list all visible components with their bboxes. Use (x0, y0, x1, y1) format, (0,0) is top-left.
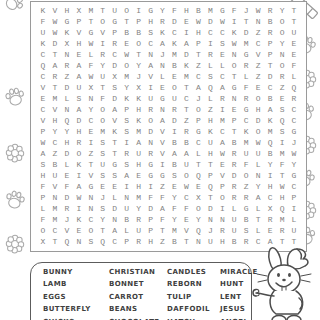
grid-cell: N (276, 49, 288, 60)
grid-cell: A (264, 104, 276, 115)
grid-cell: R (276, 71, 288, 82)
grid-cell: I (73, 204, 85, 215)
grid-cell: C (288, 182, 300, 193)
grid-cell: R (276, 226, 288, 237)
grid-cell: O (37, 226, 49, 237)
grid-cell: G (240, 204, 252, 215)
grid-cell: M (121, 71, 133, 82)
grid-cell: R (288, 93, 300, 104)
grid-cell: S (109, 171, 121, 182)
grid-cell: E (85, 127, 97, 138)
grid-cell: T (276, 171, 288, 182)
grid-cell: V (145, 71, 157, 82)
grid-cell: R (180, 127, 192, 138)
flower-icon (4, 233, 26, 255)
grid-cell: O (192, 104, 204, 115)
grid-cell: R (97, 49, 109, 60)
grid-cell: C (37, 104, 49, 115)
grid-cell: B (264, 149, 276, 160)
grid-cell: Y (264, 160, 276, 171)
grid-cell: T (240, 16, 252, 27)
grid-cell: N (252, 171, 264, 182)
grid-cell: T (228, 71, 240, 82)
grid-cell: J (204, 226, 216, 237)
grid-cell: C (288, 104, 300, 115)
grid-cell: A (37, 149, 49, 160)
grid-cell: B (264, 16, 276, 27)
grid-cell: F (37, 182, 49, 193)
grid-cell: E (228, 104, 240, 115)
grid-cell: U (168, 93, 180, 104)
grid-cell: V (49, 182, 61, 193)
grid-cell: H (145, 237, 157, 248)
grid-cell: K (133, 115, 145, 126)
grid-cell: R (264, 27, 276, 38)
grid-cell: A (49, 60, 61, 71)
grid-cell: H (180, 5, 192, 16)
grid-cell: H (145, 16, 157, 27)
grid-cell: N (73, 237, 85, 248)
grid-cell: O (180, 171, 192, 182)
grid-cell: V (49, 104, 61, 115)
word-item: BONNET (109, 280, 167, 292)
grid-cell: U (133, 149, 145, 160)
grid-cell: D (145, 127, 157, 138)
grid-cell: F (180, 204, 192, 215)
grid-cell: S (97, 138, 109, 149)
grid-cell: I (121, 182, 133, 193)
grid-cell: D (145, 204, 157, 215)
grid-cell: T (97, 5, 109, 16)
grid-cell: D (204, 204, 216, 215)
grid-cell: Y (97, 215, 109, 226)
grid-cell: A (73, 71, 85, 82)
grid-cell: G (240, 49, 252, 60)
grid-cell: S (276, 104, 288, 115)
grid-cell: Z (204, 104, 216, 115)
grid-cell: S (121, 115, 133, 126)
grid-cell: R (157, 16, 169, 27)
grid-cell: S (121, 160, 133, 171)
grid-cell: L (288, 71, 300, 82)
grid-cell: H (204, 115, 216, 126)
grid-cell: X (37, 237, 49, 248)
word-item: BUTTERFLY (43, 305, 109, 317)
grid-cell: Y (49, 127, 61, 138)
grid-cell: R (61, 60, 73, 71)
grid-cell: S (109, 82, 121, 93)
grid-cell: E (180, 215, 192, 226)
grid-cell: W (192, 16, 204, 27)
grid-cell: T (85, 160, 97, 171)
grid-cell: H (133, 104, 145, 115)
grid-cell: E (252, 82, 264, 93)
grid-cell: K (37, 38, 49, 49)
word-list: BUNNYCHRISTIANCANDLESMIRACLELAMBBONNETRE… (30, 262, 252, 320)
grid-cell: T (49, 49, 61, 60)
grid-cell: G (288, 127, 300, 138)
grid-cell: B (49, 160, 61, 171)
grid-cell: F (157, 215, 169, 226)
grid-cell: E (109, 182, 121, 193)
grid-cell: H (192, 27, 204, 38)
grid-cell: N (228, 93, 240, 104)
grid-cell: W (85, 71, 97, 82)
grid-cell: B (168, 237, 180, 248)
grid-cell: F (145, 193, 157, 204)
grid-cell: M (133, 127, 145, 138)
grid-cell: H (73, 127, 85, 138)
grid-cell: B (264, 93, 276, 104)
grid-cell: D (264, 71, 276, 82)
grid-cell: H (61, 138, 73, 149)
grid-cell: A (73, 104, 85, 115)
grid-cell: R (228, 160, 240, 171)
grid-cell: S (168, 171, 180, 182)
grid-cell: H (252, 104, 264, 115)
grid-cell: K (109, 127, 121, 138)
grid-cell: M (85, 5, 97, 16)
grid-cell: S (85, 237, 97, 248)
grid-cell: O (121, 5, 133, 16)
grid-cell: U (37, 27, 49, 38)
grid-cell: H (73, 38, 85, 49)
grid-cell: C (288, 115, 300, 126)
grid-cell: Q (97, 237, 109, 248)
grid-cell: C (180, 93, 192, 104)
grid-cell: D (61, 82, 73, 93)
grid-cell: Z (157, 237, 169, 248)
grid-cell: W (216, 16, 228, 27)
grid-cell: O (145, 115, 157, 126)
grid-cell: U (97, 160, 109, 171)
grid-cell: Y (157, 5, 169, 16)
grid-cell: E (73, 49, 85, 60)
grid-cell: U (73, 82, 85, 93)
grid-cell: M (49, 204, 61, 215)
grid-cell: O (276, 27, 288, 38)
grid-cell: L (288, 215, 300, 226)
grid-cell: Z (180, 115, 192, 126)
grid-cell: Y (121, 82, 133, 93)
word-item: LAMB (43, 280, 109, 292)
grid-cell: O (73, 149, 85, 160)
grid-cell: V (37, 82, 49, 93)
grid-cell: C (264, 193, 276, 204)
grid-cell: J (133, 71, 145, 82)
grid-cell: A (216, 138, 228, 149)
grid-cell: O (216, 193, 228, 204)
grid-cell: H (133, 182, 145, 193)
grid-cell: P (192, 115, 204, 126)
grid-cell: A (145, 60, 157, 71)
grid-cell: M (216, 115, 228, 126)
grid-cell: F (240, 82, 252, 93)
grid-cell: S (37, 160, 49, 171)
grid-cell: V (157, 127, 169, 138)
grid-cell: C (240, 115, 252, 126)
grid-cell: Z (252, 60, 264, 71)
grid-cell: K (204, 127, 216, 138)
grid-cell: S (145, 27, 157, 38)
grid-cell: J (61, 215, 73, 226)
grid-cell: G (288, 171, 300, 182)
grid-cell: E (288, 49, 300, 60)
grid-cell: G (109, 160, 121, 171)
grid-cell: I (276, 138, 288, 149)
grid-cell: E (216, 49, 228, 60)
grid-cell: L (109, 193, 121, 204)
grid-cell: D (168, 16, 180, 27)
grid-cell: R (133, 215, 145, 226)
grid-cell: F (85, 60, 97, 71)
grid-cell: H (133, 160, 145, 171)
grid-cell: E (192, 182, 204, 193)
grid-cell: C (180, 193, 192, 204)
grid-cell: A (157, 38, 169, 49)
grid-cell: N (85, 193, 97, 204)
grid-cell: P (133, 16, 145, 27)
grid-cell: V (216, 171, 228, 182)
grid-cell: X (109, 71, 121, 82)
grid-cell: N (145, 138, 157, 149)
grid-cell: X (264, 204, 276, 215)
grid-cell: U (49, 171, 61, 182)
grid-cell: D (168, 115, 180, 126)
grid-cell: K (168, 38, 180, 49)
grid-cell: I (180, 27, 192, 38)
grid-cell: Y (61, 127, 73, 138)
grid-cell: W (228, 38, 240, 49)
grid-cell: Y (85, 104, 97, 115)
word-list-grid: BUNNYCHRISTIANCANDLESMIRACLELAMBBONNETRE… (43, 268, 247, 320)
grid-cell: X (133, 82, 145, 93)
grid-cell: Q (204, 182, 216, 193)
grid-cell: M (180, 71, 192, 82)
grid-cell: Y (276, 38, 288, 49)
grid-cell: T (133, 49, 145, 60)
grid-cell: V (109, 115, 121, 126)
grid-cell: R (264, 215, 276, 226)
grid-cell: N (61, 49, 73, 60)
grid-cell: C (216, 71, 228, 82)
grid-cell: Z (252, 71, 264, 82)
grid-cell: M (276, 215, 288, 226)
grid-cell: I (204, 38, 216, 49)
paw-print-icon (2, 187, 28, 213)
grid-cell: A (252, 193, 264, 204)
grid-cell: C (37, 49, 49, 60)
grid-cell: D (73, 115, 85, 126)
grid-cell: I (216, 104, 228, 115)
grid-cell: G (145, 160, 157, 171)
grid-cell: K (180, 60, 192, 71)
grid-cell: R (145, 149, 157, 160)
word-search-grid: KVHXMTUOIGYFHBMGFJWRYTFWGPTOGTPHRDEWDWIT… (30, 1, 307, 252)
grid-cell: C (85, 215, 97, 226)
word-item: CANDLES (167, 268, 220, 280)
grid-cell: R (264, 5, 276, 16)
grid-cell: D (109, 204, 121, 215)
grid-cell: Y (168, 215, 180, 226)
grid-cell: B (228, 237, 240, 248)
grid-cell: Z (276, 82, 288, 93)
grid-cell: E (37, 93, 49, 104)
grid-cell: V (157, 138, 169, 149)
grid-cell: F (61, 182, 73, 193)
grid-cell: Y (192, 215, 204, 226)
grid-cell: G (61, 16, 73, 27)
grid-cell: I (264, 171, 276, 182)
grid-cell: Y (133, 60, 145, 71)
grid-cell: U (228, 215, 240, 226)
grid-cell: A (180, 149, 192, 160)
grid-cell: Q (276, 115, 288, 126)
grid-cell: Y (288, 160, 300, 171)
grid-cell: D (180, 49, 192, 60)
grid-cell: X (85, 82, 97, 93)
grid-cell: K (157, 27, 169, 38)
grid-cell: L (61, 93, 73, 104)
grid-cell: N (157, 104, 169, 115)
grid-cell: A (157, 115, 169, 126)
grid-cell: R (216, 93, 228, 104)
grid-cell: T (97, 82, 109, 93)
grid-cell: E (168, 182, 180, 193)
grid-cell: L (204, 60, 216, 71)
grid-cell: L (37, 204, 49, 215)
grid-cell: P (216, 182, 228, 193)
grid-cell: O (121, 60, 133, 71)
grid-cell: V (49, 5, 61, 16)
grid-cell: L (61, 160, 73, 171)
grid-cell: W (252, 5, 264, 16)
grid-cell: C (37, 71, 49, 82)
grid-cell: D (252, 115, 264, 126)
grid-cell: C (49, 138, 61, 149)
grid-cell: E (61, 171, 73, 182)
grid-cell: E (288, 38, 300, 49)
grid-cell: N (121, 193, 133, 204)
grid-cell: Y (252, 182, 264, 193)
grid-cell: L (252, 226, 264, 237)
grid-cell: C (192, 138, 204, 149)
grid-cell: E (121, 38, 133, 49)
grid-cell: A (133, 138, 145, 149)
grid-cell: O (240, 171, 252, 182)
grid-cell: D (61, 193, 73, 204)
grid-cell: P (204, 171, 216, 182)
grid-cell: I (133, 5, 145, 16)
grid-cell: G (85, 27, 97, 38)
grid-cell: C (85, 115, 97, 126)
grid-cell: I (145, 182, 157, 193)
grid-cell: B (168, 60, 180, 71)
grid-cell: F (276, 160, 288, 171)
word-item: CARROT (109, 293, 167, 305)
grid-cell: T (180, 104, 192, 115)
grid-cell: S (216, 38, 228, 49)
word-item: TULIP (167, 293, 220, 305)
word-item: BUNNY (43, 268, 109, 280)
grid-cell: Q (204, 82, 216, 93)
grid-cell: B (121, 215, 133, 226)
grid-cell: O (252, 93, 264, 104)
grid-cell: U (288, 27, 300, 38)
grid-cell: Z (252, 27, 264, 38)
grid-cell: X (192, 193, 204, 204)
grid-cell: A (216, 82, 228, 93)
grid-cell: W (121, 49, 133, 60)
grid-cell: C (192, 71, 204, 82)
grid-cell: L (204, 93, 216, 104)
grid-cell: W (49, 16, 61, 27)
grid-cell: Q (61, 115, 73, 126)
grid-cell: Q (192, 171, 204, 182)
grid-cell: P (145, 226, 157, 237)
grid-cell: F (288, 60, 300, 71)
grid-cell: S (73, 93, 85, 104)
grid-cell: S (204, 71, 216, 82)
grid-cell: W (73, 193, 85, 204)
grid-cell: T (204, 193, 216, 204)
grid-cell: M (264, 127, 276, 138)
grid-cell: T (180, 237, 192, 248)
grid-cell: F (37, 16, 49, 27)
grid-cell: T (180, 82, 192, 93)
grid-cell: F (37, 215, 49, 226)
grid-cell: N (204, 215, 216, 226)
grid-cell: P (264, 38, 276, 49)
grid-cell: R (121, 149, 133, 160)
grid-cell: T (288, 16, 300, 27)
grid-cell: Z (240, 182, 252, 193)
grid-cell: V (252, 49, 264, 60)
grid-cell: T (97, 226, 109, 237)
grid-cell: O (168, 82, 180, 93)
grid-cell: W (37, 138, 49, 149)
grid-cell: E (73, 226, 85, 237)
grid-cell: U (204, 138, 216, 149)
grid-cell: I (145, 82, 157, 93)
grid-cell: T (109, 149, 121, 160)
grid-cell: T (192, 49, 204, 60)
grid-cell: Z (192, 60, 204, 71)
grid-cell: K (73, 160, 85, 171)
grid-cell: A (121, 171, 133, 182)
grid-cell: P (264, 49, 276, 60)
grid-cell: I (216, 204, 228, 215)
grid-cell: T (204, 160, 216, 171)
grid-cell: S (97, 171, 109, 182)
grid-cell: R (228, 182, 240, 193)
grid-cell: I (228, 16, 240, 27)
grid-cell: J (192, 93, 204, 104)
grid-cell: M (204, 5, 216, 16)
grid-cell: R (145, 104, 157, 115)
grid-cell: A (109, 104, 121, 115)
grid-cell: K (240, 127, 252, 138)
grid-cell: V (157, 149, 169, 160)
grid-cell: J (97, 193, 109, 204)
grid-cell: M (97, 127, 109, 138)
grid-cell: G (157, 93, 169, 104)
grid-cell: A (157, 204, 169, 215)
grid-cell: X (73, 5, 85, 16)
grid-cell: T (228, 127, 240, 138)
grid-cell: O (97, 104, 109, 115)
grid-cell: B (121, 27, 133, 38)
